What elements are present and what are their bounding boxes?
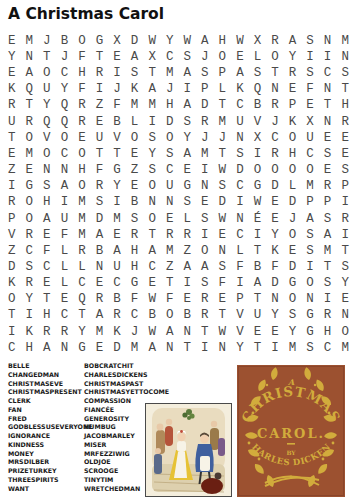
grid-cell: S: [126, 65, 144, 81]
grid-cell: C: [126, 308, 144, 324]
grid-cell: F: [214, 275, 232, 291]
grid-cell: R: [196, 114, 214, 130]
grid-cell: S: [301, 340, 319, 356]
grid-cell: F: [231, 259, 249, 275]
grid-cell: A: [91, 227, 109, 243]
grid-cell: P: [301, 195, 319, 211]
grid-cell: E: [108, 49, 126, 65]
grid-cell: A: [108, 243, 126, 259]
grid-cell: N: [38, 162, 56, 178]
grid-cell: R: [161, 227, 179, 243]
grid-cell: E: [231, 49, 249, 65]
word-list-item: PRIZETURKEY: [8, 467, 93, 476]
grid-cell: L: [214, 81, 232, 97]
grid-cell: L: [56, 259, 74, 275]
grid-cell: S: [301, 33, 319, 49]
grid-cell: O: [161, 130, 179, 146]
grid-cell: N: [178, 324, 196, 340]
grid-cell: C: [108, 275, 126, 291]
grid-cell: R: [56, 324, 74, 340]
grid-cell: U: [108, 259, 126, 275]
grid-cell: T: [143, 65, 161, 81]
grid-cell: Y: [178, 130, 196, 146]
grid-cell: M: [126, 98, 144, 114]
grid-cell: J: [56, 49, 74, 65]
grid-cell: T: [38, 292, 56, 308]
grid-cell: X: [108, 33, 126, 49]
grid-cell: S: [196, 65, 214, 81]
grid-cell: R: [73, 243, 91, 259]
grid-cell: N: [231, 211, 249, 227]
word-list-item: THREESPIRITS: [8, 476, 93, 485]
grid-cell: A: [56, 178, 74, 194]
grid-cell: S: [284, 308, 302, 324]
grid-cell: N: [91, 259, 109, 275]
grid-cell: J: [38, 33, 56, 49]
grid-cell: C: [56, 65, 74, 81]
grid-cell: E: [91, 114, 109, 130]
grid-cell: S: [336, 162, 354, 178]
grid-cell: M: [214, 114, 232, 130]
grid-cell: N: [266, 292, 284, 308]
grid-cell: S: [178, 195, 196, 211]
grid-cell: I: [319, 292, 337, 308]
grid-cell: A: [178, 146, 196, 162]
grid-cell: O: [73, 146, 91, 162]
grid-cell: E: [301, 98, 319, 114]
grid-cell: S: [319, 275, 337, 291]
grid-cell: T: [319, 98, 337, 114]
grid-cell: L: [56, 275, 74, 291]
grid-cell: N: [214, 243, 232, 259]
grid-cell: D: [126, 33, 144, 49]
grid-cell: R: [178, 227, 196, 243]
grid-cell: D: [266, 275, 284, 291]
grid-cell: M: [108, 211, 126, 227]
grid-cell: U: [161, 178, 179, 194]
grid-cell: K: [284, 114, 302, 130]
grid-cell: M: [336, 340, 354, 356]
grid-cell: Q: [56, 98, 74, 114]
grid-cell: E: [38, 227, 56, 243]
cover-title-line2: CAROL.: [257, 426, 325, 441]
grid-cell: R: [319, 308, 337, 324]
grid-cell: L: [73, 259, 91, 275]
grid-cell: O: [266, 49, 284, 65]
grid-cell: O: [126, 130, 144, 146]
grid-cell: J: [284, 211, 302, 227]
grid-cell: S: [38, 178, 56, 194]
grid-cell: Y: [284, 324, 302, 340]
grid-cell: L: [126, 114, 144, 130]
grid-cell: I: [196, 340, 214, 356]
grid-cell: P: [214, 65, 232, 81]
grid-cell: A: [38, 211, 56, 227]
grid-cell: O: [21, 130, 39, 146]
grid-cell: N: [319, 33, 337, 49]
grid-cell: L: [249, 49, 267, 65]
grid-cell: X: [249, 33, 267, 49]
grid-cell: T: [143, 227, 161, 243]
grid-cell: S: [301, 243, 319, 259]
grid-cell: L: [56, 243, 74, 259]
grid-cell: P: [196, 81, 214, 97]
grid-cell: A: [21, 65, 39, 81]
grid-cell: T: [21, 98, 39, 114]
grid-cell: N: [231, 130, 249, 146]
grid-cell: S: [214, 259, 232, 275]
grid-cell: J: [196, 49, 214, 65]
grid-cell: H: [73, 162, 91, 178]
grid-cell: S: [161, 146, 179, 162]
grid-cell: H: [38, 195, 56, 211]
grid-cell: S: [319, 146, 337, 162]
word-search-page: A Christmas Carol EMJBOGXDWYWAHWXRASNMYN…: [0, 0, 354, 500]
grid-cell: S: [249, 65, 267, 81]
grid-cell: V: [249, 114, 267, 130]
grid-cell: R: [266, 146, 284, 162]
grid-cell: O: [73, 33, 91, 49]
grid-cell: D: [196, 98, 214, 114]
grid-cell: B: [91, 243, 109, 259]
grid-cell: L: [231, 243, 249, 259]
grid-cell: E: [319, 162, 337, 178]
grid-cell: F: [73, 81, 91, 97]
grid-cell: H: [126, 243, 144, 259]
grid-cell: K: [3, 81, 21, 97]
grid-cell: F: [301, 81, 319, 97]
grid-cell: E: [126, 146, 144, 162]
grid-cell: H: [319, 324, 337, 340]
grid-cell: U: [38, 81, 56, 97]
grid-cell: G: [178, 178, 196, 194]
grid-cell: G: [284, 275, 302, 291]
grid-cell: K: [21, 324, 39, 340]
grid-cell: W: [143, 292, 161, 308]
grid-cell: I: [336, 195, 354, 211]
grid-cell: G: [126, 275, 144, 291]
grid-cell: Z: [161, 259, 179, 275]
grid-cell: O: [73, 178, 91, 194]
grid-cell: R: [73, 114, 91, 130]
grid-cell: A: [178, 259, 196, 275]
grid-cell: X: [143, 49, 161, 65]
grid-cell: F: [38, 243, 56, 259]
grid-cell: E: [284, 81, 302, 97]
grid-cell: I: [3, 178, 21, 194]
grid-cell: R: [73, 98, 91, 114]
grid-cell: I: [178, 81, 196, 97]
grid-cell: I: [108, 195, 126, 211]
grid-cell: O: [249, 162, 267, 178]
book-cover: A CHRISTMAS CAROL. BY CHARLES DICKENS: [237, 365, 345, 497]
grid-cell: F: [91, 162, 109, 178]
grid-cell: Y: [56, 81, 74, 97]
grid-cell: T: [73, 308, 91, 324]
cover-by-label: BY: [286, 449, 296, 456]
grid-cell: P: [231, 292, 249, 308]
grid-cell: A: [301, 211, 319, 227]
word-list-column-1: BELLECHANGEDMANCHRISTMASEVECHRISTMASPRES…: [8, 362, 93, 493]
grid-cell: E: [178, 292, 196, 308]
grid-cell: O: [21, 195, 39, 211]
grid-cell: H: [21, 340, 39, 356]
grid-cell: Y: [336, 275, 354, 291]
grid-cell: M: [284, 340, 302, 356]
grid-cell: F: [126, 292, 144, 308]
grid-cell: T: [214, 308, 232, 324]
word-list-item: CHRISTMASPAST: [84, 380, 169, 389]
grid-cell: E: [336, 130, 354, 146]
grid-cell: O: [301, 162, 319, 178]
grid-cell: J: [108, 81, 126, 97]
grid-cell: I: [21, 308, 39, 324]
grid-cell: T: [336, 243, 354, 259]
grid-cell: T: [214, 98, 232, 114]
grid-cell: C: [3, 340, 21, 356]
grid-cell: R: [336, 211, 354, 227]
grid-cell: G: [91, 33, 109, 49]
grid-cell: U: [231, 114, 249, 130]
grid-cell: O: [284, 162, 302, 178]
word-list-item: BOBCRATCHIT: [84, 362, 169, 371]
grid-cell: T: [38, 49, 56, 65]
grid-cell: A: [126, 49, 144, 65]
grid-cell: E: [284, 243, 302, 259]
grid-cell: S: [336, 259, 354, 275]
grid-cell: G: [21, 178, 39, 194]
grid-cell: Y: [161, 33, 179, 49]
grid-cell: R: [266, 33, 284, 49]
grid-cell: R: [3, 195, 21, 211]
grid-cell: O: [38, 65, 56, 81]
grid-cell: T: [91, 146, 109, 162]
grid-cell: O: [284, 130, 302, 146]
word-list-item: CHRISTMASEVE: [8, 380, 93, 389]
grid-cell: I: [266, 340, 284, 356]
word-list-item: CHARLESDICKENS: [84, 371, 169, 380]
grid-cell: I: [56, 195, 74, 211]
grid-cell: I: [196, 227, 214, 243]
word-list-item: MRSDILBER: [8, 458, 93, 467]
grid-cell: N: [56, 340, 74, 356]
grid-cell: M: [161, 65, 179, 81]
word-list-item: FAN: [8, 406, 93, 415]
grid-cell: O: [214, 49, 232, 65]
grid-cell: E: [91, 340, 109, 356]
grid-cell: B: [108, 114, 126, 130]
grid-cell: G: [249, 178, 267, 194]
grid-cell: B: [143, 308, 161, 324]
grid-cell: M: [143, 98, 161, 114]
word-list-item: CLERK: [8, 397, 93, 406]
grid-cell: E: [319, 130, 337, 146]
grid-cell: G: [301, 324, 319, 340]
grid-cell: E: [196, 195, 214, 211]
grid-cell: E: [3, 33, 21, 49]
grid-cell: E: [3, 146, 21, 162]
grid-cell: D: [214, 195, 232, 211]
grid-cell: O: [266, 162, 284, 178]
grid-cell: A: [249, 275, 267, 291]
grid-cell: E: [266, 195, 284, 211]
grid-cell: E: [56, 292, 74, 308]
grid-cell: M: [196, 146, 214, 162]
word-list-item: IGNORANCE: [8, 432, 93, 441]
grid-cell: T: [3, 130, 21, 146]
grid-cell: A: [284, 33, 302, 49]
grid-cell: K: [231, 81, 249, 97]
grid-cell: Q: [21, 81, 39, 97]
grid-cell: M: [73, 195, 91, 211]
grid-cell: R: [91, 292, 109, 308]
grid-cell: E: [214, 227, 232, 243]
grid-cell: K: [108, 324, 126, 340]
grid-cell: T: [161, 275, 179, 291]
grid-cell: I: [249, 227, 267, 243]
grid-cell: E: [21, 162, 39, 178]
grid-cell: R: [21, 114, 39, 130]
grid-cell: E: [91, 275, 109, 291]
grid-cell: A: [143, 340, 161, 356]
grid-cell: I: [301, 49, 319, 65]
grid-cell: R: [266, 98, 284, 114]
grid-cell: R: [336, 114, 354, 130]
grid-cell: F: [266, 259, 284, 275]
grid-cell: E: [214, 292, 232, 308]
grid-cell: W: [214, 324, 232, 340]
grid-cell: S: [178, 114, 196, 130]
grid-cell: I: [336, 227, 354, 243]
grid-cell: H: [73, 65, 91, 81]
grid-cell: A: [161, 324, 179, 340]
grid-cell: I: [231, 195, 249, 211]
grid-cell: T: [178, 340, 196, 356]
grid-cell: C: [21, 243, 39, 259]
grid-cell: T: [336, 81, 354, 97]
grid-cell: W: [214, 211, 232, 227]
grid-cell: W: [231, 33, 249, 49]
grid-cell: P: [3, 211, 21, 227]
grid-cell: D: [3, 259, 21, 275]
grid-cell: E: [336, 292, 354, 308]
grid-cell: E: [266, 324, 284, 340]
grid-cell: C: [56, 308, 74, 324]
grid-cell: C: [56, 146, 74, 162]
grid-cell: R: [21, 275, 39, 291]
grid-cell: P: [336, 178, 354, 194]
grid-cell: M: [73, 227, 91, 243]
grid-cell: E: [143, 275, 161, 291]
grid-cell: V: [3, 227, 21, 243]
grid-cell: D: [91, 211, 109, 227]
grid-cell: A: [91, 308, 109, 324]
grid-cell: S: [319, 211, 337, 227]
grid-cell: O: [284, 292, 302, 308]
grid-cell: O: [284, 227, 302, 243]
grid-cell: I: [301, 259, 319, 275]
grid-cell: A: [143, 243, 161, 259]
grid-cell: U: [91, 130, 109, 146]
grid-cell: X: [301, 114, 319, 130]
grid-cell: J: [214, 130, 232, 146]
grid-cell: T: [214, 146, 232, 162]
grid-cell: E: [3, 65, 21, 81]
grid-cell: M: [126, 340, 144, 356]
grid-cell: R: [3, 98, 21, 114]
grid-cell: F: [56, 227, 74, 243]
grid-cell: E: [178, 162, 196, 178]
grid-cell: A: [178, 65, 196, 81]
grid-cell: R: [196, 292, 214, 308]
grid-cell: M: [301, 178, 319, 194]
grid-cell: R: [319, 178, 337, 194]
grid-cell: F: [73, 49, 91, 65]
grid-cell: Z: [3, 243, 21, 259]
grid-cell: R: [38, 324, 56, 340]
grid-cell: R: [108, 308, 126, 324]
grid-cell: S: [301, 65, 319, 81]
illustration-art: [146, 404, 231, 496]
grid-cell: Y: [38, 98, 56, 114]
grid-cell: R: [21, 227, 39, 243]
grid-cell: R: [91, 65, 109, 81]
grid-cell: Y: [266, 308, 284, 324]
fezziwig-ball-illustration: [145, 403, 232, 497]
grid-cell: S: [301, 227, 319, 243]
grid-cell: J: [126, 324, 144, 340]
grid-cell: W: [249, 195, 267, 211]
grid-cell: J: [161, 81, 179, 97]
grid-cell: S: [21, 259, 39, 275]
grid-cell: M: [21, 146, 39, 162]
grid-cell: C: [319, 65, 337, 81]
grid-cell: M: [21, 33, 39, 49]
grid-cell: E: [161, 211, 179, 227]
grid-cell: T: [249, 340, 267, 356]
grid-cell: W: [143, 324, 161, 340]
grid-cell: N: [21, 49, 39, 65]
grid-cell: O: [3, 292, 21, 308]
grid-cell: S: [91, 195, 109, 211]
grid-cell: T: [266, 65, 284, 81]
grid-cell: Q: [73, 292, 91, 308]
page-title: A Christmas Carol: [8, 5, 164, 23]
grid-cell: A: [196, 259, 214, 275]
grid-cell: N: [56, 162, 74, 178]
grid-cell: L: [178, 211, 196, 227]
grid-cell: N: [301, 292, 319, 308]
grid-cell: T: [319, 259, 337, 275]
grid-cell: C: [161, 162, 179, 178]
grid-cell: I: [143, 114, 161, 130]
grid-cell: O: [38, 146, 56, 162]
grid-cell: E: [126, 178, 144, 194]
grid-cell: N: [336, 308, 354, 324]
grid-cell: M: [161, 243, 179, 259]
grid-cell: K: [3, 275, 21, 291]
grid-cell: B: [249, 98, 267, 114]
grid-cell: J: [266, 114, 284, 130]
grid-cell: S: [214, 178, 232, 194]
grid-cell: N: [196, 178, 214, 194]
grid-cell: O: [196, 243, 214, 259]
grid-cell: N: [319, 81, 337, 97]
grid-cell: I: [108, 65, 126, 81]
grid-cell: N: [319, 114, 337, 130]
grid-cell: T: [108, 146, 126, 162]
grid-cell: A: [231, 65, 249, 81]
